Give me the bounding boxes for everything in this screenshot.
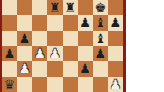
square-e3[interactable] [63,77,78,92]
square-a6[interactable] [2,31,17,46]
square-g6[interactable]: ♝ [93,31,108,46]
square-d4[interactable] [47,61,62,76]
black-pawn-icon: ♟ [110,16,122,29]
square-c3[interactable] [32,77,47,92]
square-f8[interactable] [78,0,93,15]
square-d5[interactable]: ♟ [47,46,62,61]
square-c7[interactable] [32,15,47,30]
square-b7[interactable] [17,15,32,30]
square-b4[interactable]: ♟ [17,61,32,76]
black-rook-icon: ♜ [64,1,76,14]
square-e4[interactable] [63,61,78,76]
square-a8[interactable] [2,0,17,15]
square-f3[interactable] [78,77,93,92]
square-g5[interactable]: ♟ [93,46,108,61]
square-e8[interactable]: ♜ [63,0,78,15]
square-b3[interactable] [17,77,32,92]
square-f5[interactable] [78,46,93,61]
square-g4[interactable] [93,61,108,76]
square-g3[interactable] [93,77,108,92]
square-a3[interactable]: ♛ [2,77,17,92]
square-h8[interactable] [108,0,123,15]
chess-screenshot: ♜♜♚♟♝♟♟♝♟♟♟♟♟♟♛♟ [0,0,164,92]
square-c6[interactable] [32,31,47,46]
square-b5[interactable] [17,46,32,61]
black-bishop-icon: ♝ [94,16,106,29]
white-pawn-icon: ♟ [110,77,122,90]
black-pawn-icon: ♟ [94,47,106,60]
square-d8[interactable]: ♜ [47,0,62,15]
square-e5[interactable] [63,46,78,61]
black-bishop-icon: ♝ [94,31,106,44]
black-pawn-icon: ♟ [79,16,91,29]
white-pawn-icon: ♟ [34,47,46,60]
square-c5[interactable]: ♟ [32,46,47,61]
square-b8[interactable] [17,0,32,15]
square-d6[interactable] [47,31,62,46]
white-pawn-icon: ♟ [19,62,31,75]
square-a7[interactable] [2,15,17,30]
square-b6[interactable]: ♟ [17,31,32,46]
black-queen-icon: ♛ [4,77,16,90]
square-h6[interactable] [108,31,123,46]
black-pawn-icon: ♟ [19,31,31,44]
chess-board[interactable]: ♜♜♚♟♝♟♟♝♟♟♟♟♟♟♛♟ [0,0,126,92]
white-pawn-icon: ♟ [49,47,61,60]
square-f7[interactable]: ♟ [78,15,93,30]
square-c8[interactable] [32,0,47,15]
square-h7[interactable]: ♟ [108,15,123,30]
black-pawn-icon: ♟ [79,62,91,75]
square-d3[interactable] [47,77,62,92]
square-e6[interactable] [63,31,78,46]
square-h3[interactable]: ♟ [108,77,123,92]
square-d7[interactable] [47,15,62,30]
square-f4[interactable]: ♟ [78,61,93,76]
background-right-margin [126,0,164,92]
square-h5[interactable] [108,46,123,61]
square-e7[interactable] [63,15,78,30]
square-g7[interactable]: ♝ [93,15,108,30]
square-a4[interactable] [2,61,17,76]
square-a5[interactable]: ♟ [2,46,17,61]
square-g8[interactable]: ♚ [93,0,108,15]
square-h4[interactable] [108,61,123,76]
black-pawn-icon: ♟ [4,47,16,60]
square-c4[interactable] [32,61,47,76]
square-f6[interactable] [78,31,93,46]
black-king-icon: ♚ [94,1,106,14]
black-rook-icon: ♜ [49,1,61,14]
